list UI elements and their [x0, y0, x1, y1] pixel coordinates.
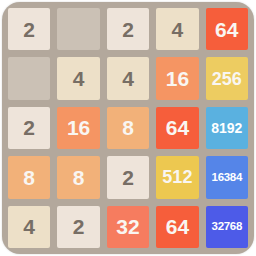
- tile-512: 512: [156, 156, 198, 198]
- tile-64: 64: [156, 206, 198, 248]
- tile-8: 8: [107, 107, 149, 149]
- tile-32768: 32768: [206, 206, 248, 248]
- tile-4: 4: [57, 57, 99, 99]
- tile-16: 16: [57, 107, 99, 149]
- tile-64: 64: [156, 107, 198, 149]
- tile-64: 64: [206, 8, 248, 50]
- tile-16384: 16384: [206, 156, 248, 198]
- empty-cell: [8, 57, 50, 99]
- game-board[interactable]: 2246444162562168648192882512163844232643…: [2, 2, 254, 254]
- tile-2: 2: [107, 8, 149, 50]
- tile-2: 2: [57, 206, 99, 248]
- empty-cell: [57, 8, 99, 50]
- tile-2: 2: [8, 8, 50, 50]
- tile-2: 2: [107, 156, 149, 198]
- tile-16: 16: [156, 57, 198, 99]
- tile-8: 8: [8, 156, 50, 198]
- tile-4: 4: [107, 57, 149, 99]
- tile-2: 2: [8, 107, 50, 149]
- tile-8: 8: [57, 156, 99, 198]
- tile-8192: 8192: [206, 107, 248, 149]
- tile-256: 256: [206, 57, 248, 99]
- tile-4: 4: [8, 206, 50, 248]
- tile-4: 4: [156, 8, 198, 50]
- board-grid: 2246444162562168648192882512163844232643…: [8, 8, 248, 248]
- tile-32: 32: [107, 206, 149, 248]
